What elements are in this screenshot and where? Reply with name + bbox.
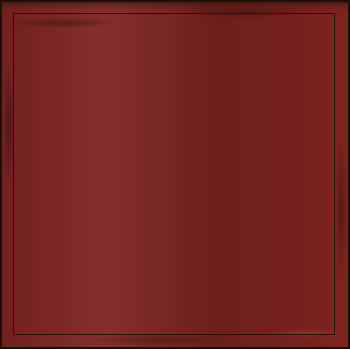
chess-board	[14, 14, 334, 334]
chess-board-frame	[0, 0, 350, 349]
